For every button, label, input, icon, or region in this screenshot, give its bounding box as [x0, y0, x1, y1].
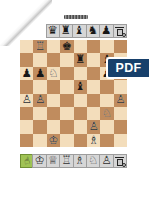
square-c5[interactable] — [47, 80, 60, 93]
white-pawn[interactable]: ♙ — [22, 94, 32, 106]
square-d1[interactable] — [60, 134, 73, 147]
palette-white-pawn[interactable]: ♙ — [99, 154, 113, 168]
palette-white-hand[interactable]: ☝ — [20, 154, 33, 168]
palette-black-knight[interactable]: ♞ — [86, 24, 101, 38]
square-h4[interactable]: ♙ — [114, 94, 127, 107]
palette-white-king[interactable]: ♔ — [32, 154, 46, 168]
white-bishop[interactable]: ♗ — [88, 135, 98, 147]
square-d8[interactable]: ♚ — [60, 40, 73, 53]
white-queen-spare: ♕ — [48, 155, 58, 167]
square-a3[interactable] — [20, 107, 33, 120]
square-a6[interactable]: ♟ — [20, 67, 33, 80]
square-e3[interactable] — [74, 107, 87, 120]
square-d3[interactable] — [60, 107, 73, 120]
palette-black-pawn[interactable]: ♟ — [99, 24, 114, 38]
black-king[interactable]: ♚ — [62, 41, 72, 53]
black-pawn-spare: ♟ — [101, 25, 111, 37]
square-h8[interactable] — [114, 40, 127, 53]
square-d6[interactable] — [60, 67, 73, 80]
white-knight[interactable]: ♘ — [48, 68, 58, 80]
square-e4[interactable] — [74, 94, 87, 107]
square-f5[interactable] — [87, 80, 100, 93]
square-h3[interactable] — [114, 107, 127, 120]
square-b6[interactable]: ♟ — [33, 67, 46, 80]
folded-page-corner — [0, 0, 52, 46]
square-d7[interactable] — [60, 53, 73, 66]
white-knight-spare: ♘ — [88, 155, 98, 167]
square-f2[interactable]: ♙ — [87, 120, 100, 133]
palette-white-bishop[interactable]: ♗ — [73, 154, 87, 168]
pdf-badge: PDF — [106, 57, 149, 79]
square-d4[interactable] — [60, 94, 73, 107]
square-h2[interactable] — [114, 120, 127, 133]
palette-white-knight[interactable]: ♘ — [86, 154, 100, 168]
square-g5[interactable] — [100, 80, 113, 93]
square-g3[interactable]: ♘ — [100, 107, 113, 120]
white-pawn[interactable]: ♙ — [88, 121, 98, 133]
square-f1[interactable]: ♗ — [87, 134, 100, 147]
square-e5[interactable]: ♝ — [74, 80, 87, 93]
square-f8[interactable] — [87, 40, 100, 53]
black-pawn[interactable]: ♟ — [22, 68, 32, 80]
square-d5[interactable] — [60, 80, 73, 93]
square-f4[interactable] — [87, 94, 100, 107]
hand-tool-icon: ☝ — [23, 155, 31, 166]
black-bishop[interactable]: ♝ — [75, 81, 85, 93]
square-h1[interactable] — [114, 134, 127, 147]
square-a2[interactable] — [20, 120, 33, 133]
black-rook-spare: ♜ — [61, 25, 71, 37]
palette-black-trash[interactable] — [113, 24, 128, 38]
white-knight[interactable]: ♘ — [102, 108, 112, 120]
square-f7[interactable] — [87, 53, 100, 66]
square-b2[interactable] — [33, 120, 46, 133]
white-king[interactable]: ♔ — [48, 135, 58, 147]
white-king-spare: ♔ — [34, 155, 44, 167]
square-e2[interactable] — [74, 120, 87, 133]
black-bishop-spare: ♝ — [74, 25, 84, 37]
black-piece-palette: ♛♜♝♞♟ — [46, 24, 127, 38]
square-b3[interactable] — [33, 107, 46, 120]
square-b4[interactable]: ♙ — [33, 94, 46, 107]
square-f6[interactable] — [87, 67, 100, 80]
palette-white-queen[interactable]: ♕ — [46, 154, 60, 168]
palette-black-bishop[interactable]: ♝ — [72, 24, 87, 38]
square-a4[interactable]: ♙ — [20, 94, 33, 107]
white-piece-palette: ☝♔♕♖♗♘♙ — [20, 154, 127, 168]
square-d2[interactable] — [60, 120, 73, 133]
white-pawn[interactable]: ♙ — [115, 94, 125, 106]
trash-icon — [116, 157, 123, 166]
white-pawn-spare: ♙ — [101, 155, 111, 167]
white-pawn[interactable]: ♙ — [35, 94, 45, 106]
square-c2[interactable] — [47, 120, 60, 133]
document-preview-page: ♛♜♝♞♟ ♖♚♜♝♟♟♘♟♝♙♙♙♘♙♔♗ PDF ☝♔♕♖♗♘♙ — [0, 0, 149, 198]
square-e1[interactable] — [74, 134, 87, 147]
square-g4[interactable] — [100, 94, 113, 107]
square-e7[interactable]: ♜ — [74, 53, 87, 66]
document-title-illegible — [64, 15, 88, 19]
square-c7[interactable] — [47, 53, 60, 66]
square-a7[interactable] — [20, 53, 33, 66]
white-bishop-spare: ♗ — [75, 155, 85, 167]
square-b7[interactable] — [33, 53, 46, 66]
black-rook[interactable]: ♜ — [75, 54, 85, 66]
square-g2[interactable] — [100, 120, 113, 133]
white-rook-spare: ♖ — [61, 155, 71, 167]
square-c1[interactable]: ♔ — [47, 134, 60, 147]
palette-black-rook[interactable]: ♜ — [59, 24, 74, 38]
palette-white-rook[interactable]: ♖ — [59, 154, 73, 168]
square-g1[interactable] — [100, 134, 113, 147]
black-knight-spare: ♞ — [88, 25, 98, 37]
square-c3[interactable] — [47, 107, 60, 120]
square-c4[interactable] — [47, 94, 60, 107]
square-c6[interactable]: ♘ — [47, 67, 60, 80]
palette-white-trash[interactable] — [113, 154, 127, 168]
black-pawn[interactable]: ♟ — [35, 68, 45, 80]
square-a1[interactable] — [20, 134, 33, 147]
trash-icon — [116, 27, 123, 36]
square-b1[interactable] — [33, 134, 46, 147]
